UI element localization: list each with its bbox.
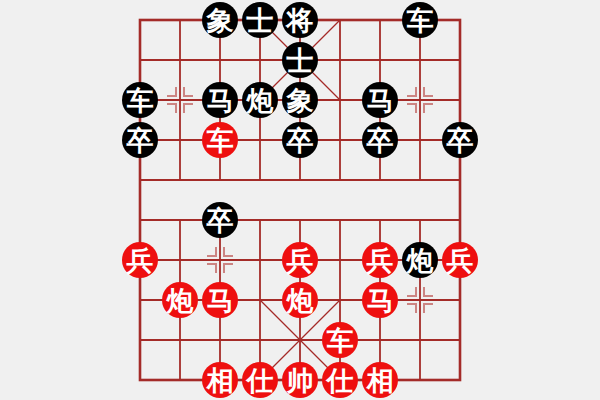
piece-black-soldier[interactable]: 卒: [202, 202, 238, 238]
piece-black-elephant[interactable]: 象: [202, 2, 238, 38]
piece-black-soldier[interactable]: 卒: [362, 122, 398, 158]
piece-black-chariot[interactable]: 车: [402, 2, 438, 38]
piece-red-advisor[interactable]: 仕: [242, 362, 278, 398]
piece-black-horse[interactable]: 马: [362, 82, 398, 118]
piece-red-general[interactable]: 帅: [282, 362, 318, 398]
piece-red-soldier[interactable]: 兵: [362, 242, 398, 278]
piece-red-horse[interactable]: 马: [362, 282, 398, 318]
piece-black-soldier[interactable]: 卒: [442, 122, 478, 158]
piece-red-chariot[interactable]: 车: [322, 322, 358, 358]
piece-red-soldier[interactable]: 兵: [122, 242, 158, 278]
piece-red-elephant[interactable]: 相: [362, 362, 398, 398]
piece-red-elephant[interactable]: 相: [202, 362, 238, 398]
piece-black-cannon[interactable]: 炮: [402, 242, 438, 278]
piece-black-advisor[interactable]: 士: [282, 42, 318, 78]
piece-black-cannon[interactable]: 炮: [242, 82, 278, 118]
piece-red-cannon[interactable]: 炮: [162, 282, 198, 318]
piece-red-cannon[interactable]: 炮: [282, 282, 318, 318]
xiangqi-board[interactable]: 象士将车士车马炮象马卒车卒卒卒卒兵兵兵炮兵炮马炮马车相仕帅仕相: [120, 0, 480, 400]
piece-red-advisor[interactable]: 仕: [322, 362, 358, 398]
pieces-layer: 象士将车士车马炮象马卒车卒卒卒卒兵兵兵炮兵炮马炮马车相仕帅仕相: [120, 0, 480, 400]
piece-black-soldier[interactable]: 卒: [282, 122, 318, 158]
piece-black-elephant[interactable]: 象: [282, 82, 318, 118]
piece-red-soldier[interactable]: 兵: [442, 242, 478, 278]
piece-black-general[interactable]: 将: [282, 2, 318, 38]
piece-black-advisor[interactable]: 士: [242, 2, 278, 38]
xiangqi-app: 象士将车士车马炮象马卒车卒卒卒卒兵兵兵炮兵炮马炮马车相仕帅仕相: [0, 0, 600, 400]
piece-red-soldier[interactable]: 兵: [282, 242, 318, 278]
piece-red-horse[interactable]: 马: [202, 282, 238, 318]
piece-red-chariot[interactable]: 车: [202, 122, 238, 158]
piece-black-soldier[interactable]: 卒: [122, 122, 158, 158]
piece-black-horse[interactable]: 马: [202, 82, 238, 118]
piece-black-chariot[interactable]: 车: [122, 82, 158, 118]
